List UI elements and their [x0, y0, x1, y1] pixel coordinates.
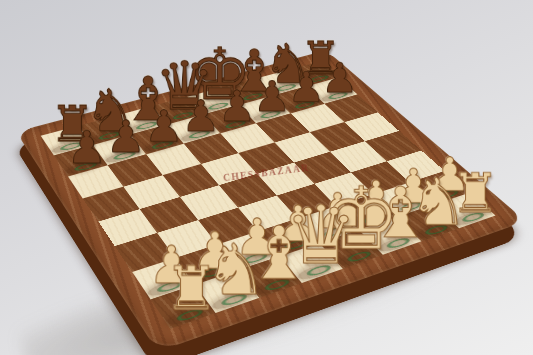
black-pawn-h7: ♟	[321, 58, 358, 97]
black-pawn-c7: ♟	[144, 105, 183, 147]
chess-board: ♜♞♝♛♚♝♞♜♟♟♟♟♟♟♟♟♟♟♟♟♟♟♟♟♜♞♝♛♚♝♞♜	[15, 50, 525, 351]
black-pawn-e7: ♟	[217, 86, 255, 127]
square-h4	[364, 130, 420, 160]
black-pawn-d7: ♟	[181, 96, 220, 137]
board-frame: ♜♞♝♛♚♝♞♜♟♟♟♟♟♟♟♟♟♟♟♟♟♟♟♟♜♞♝♛♚♝♞♜	[15, 50, 525, 351]
black-pawn-g7: ♟	[287, 67, 324, 106]
black-pawn-f7: ♟	[253, 76, 291, 116]
white-rook-a1: ♜	[164, 260, 218, 318]
photo-backdrop: ♜♞♝♛♚♝♞♜♟♟♟♟♟♟♟♟♟♟♟♟♟♟♟♟♜♞♝♛♚♝♞♜ CHESSBA…	[0, 0, 533, 355]
black-pawn-a7: ♟	[66, 126, 106, 169]
black-pawn-b7: ♟	[106, 116, 146, 158]
